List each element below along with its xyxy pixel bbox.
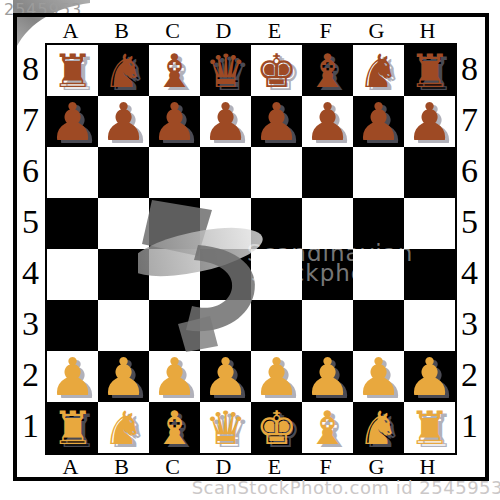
piece-white-queen-d1[interactable]: ♛ xyxy=(205,405,246,451)
square-d2[interactable]: ♟ xyxy=(200,351,251,402)
piece-white-bishop-f1[interactable]: ♝ xyxy=(307,405,348,451)
square-d7[interactable]: ♟ xyxy=(200,96,251,147)
file-label-bottom-a: A xyxy=(45,453,96,480)
piece-black-knight-g8[interactable]: ♞ xyxy=(358,48,399,94)
rank-label-right-5: 5 xyxy=(455,196,484,247)
square-h8[interactable]: ♜ xyxy=(404,45,455,96)
square-b6[interactable] xyxy=(98,147,149,198)
square-a1[interactable]: ♜ xyxy=(47,402,98,453)
square-d1[interactable]: ♛ xyxy=(200,402,251,453)
square-e2[interactable]: ♟ xyxy=(251,351,302,402)
piece-black-pawn-g7[interactable]: ♟ xyxy=(355,96,402,148)
square-a7[interactable]: ♟ xyxy=(47,96,98,147)
piece-black-queen-d8[interactable]: ♛ xyxy=(205,48,246,94)
square-f8[interactable]: ♝ xyxy=(302,45,353,96)
watermark-text-line2: Stockphoto xyxy=(251,260,391,286)
piece-black-pawn-c7[interactable]: ♟ xyxy=(151,96,198,148)
square-a3[interactable] xyxy=(47,300,98,351)
piece-black-pawn-a7[interactable]: ♟ xyxy=(49,96,96,148)
square-c4[interactable] xyxy=(149,249,200,300)
rank-label-right-7: 7 xyxy=(455,94,484,145)
piece-black-rook-h8[interactable]: ♜ xyxy=(409,48,450,94)
square-a6[interactable] xyxy=(47,147,98,198)
square-e8[interactable]: ♚ xyxy=(251,45,302,96)
square-f7[interactable]: ♟ xyxy=(302,96,353,147)
square-a4[interactable] xyxy=(47,249,98,300)
file-label-bottom-g: G xyxy=(351,453,402,480)
rank-label-left-2: 2 xyxy=(16,349,45,400)
square-e3[interactable] xyxy=(251,300,302,351)
file-label-bottom-b: B xyxy=(96,453,147,480)
square-g1[interactable]: ♞ xyxy=(353,402,404,453)
file-label-bottom-f: F xyxy=(300,453,351,480)
square-c2[interactable]: ♟ xyxy=(149,351,200,402)
square-h3[interactable] xyxy=(404,300,455,351)
piece-white-rook-a1[interactable]: ♜ xyxy=(52,405,93,451)
piece-white-pawn-e2[interactable]: ♟ xyxy=(253,351,300,403)
square-b2[interactable]: ♟ xyxy=(98,351,149,402)
rank-label-right-8: 8 xyxy=(455,43,484,94)
square-c6[interactable] xyxy=(149,147,200,198)
square-b5[interactable] xyxy=(98,198,149,249)
square-g7[interactable]: ♟ xyxy=(353,96,404,147)
chess-diagram: 2545953 AABBCCDDEEFFGGHH8877665544332211… xyxy=(0,0,500,500)
square-a8[interactable]: ♜ xyxy=(47,45,98,96)
square-d8[interactable]: ♛ xyxy=(200,45,251,96)
square-d6[interactable] xyxy=(200,147,251,198)
square-b3[interactable] xyxy=(98,300,149,351)
piece-black-pawn-f7[interactable]: ♟ xyxy=(304,96,351,148)
piece-white-knight-g1[interactable]: ♞ xyxy=(358,405,399,451)
watermark-bottom-text: ScanStockPhoto.com id 2545953 xyxy=(192,477,500,498)
rank-label-left-1: 1 xyxy=(16,400,45,451)
square-b1[interactable]: ♞ xyxy=(98,402,149,453)
square-b4[interactable] xyxy=(98,249,149,300)
file-label-top-h: H xyxy=(402,17,453,44)
piece-white-rook-h1[interactable]: ♜ xyxy=(409,405,450,451)
piece-black-pawn-d7[interactable]: ♟ xyxy=(202,96,249,148)
square-f2[interactable]: ♟ xyxy=(302,351,353,402)
piece-white-pawn-f2[interactable]: ♟ xyxy=(304,351,351,403)
piece-black-pawn-b7[interactable]: ♟ xyxy=(100,96,147,148)
piece-black-rook-a8[interactable]: ♜ xyxy=(52,48,93,94)
piece-black-bishop-f8[interactable]: ♝ xyxy=(307,48,348,94)
square-d4[interactable] xyxy=(200,249,251,300)
square-g2[interactable]: ♟ xyxy=(353,351,404,402)
square-f6[interactable] xyxy=(302,147,353,198)
file-label-bottom-c: C xyxy=(147,453,198,480)
square-h7[interactable]: ♟ xyxy=(404,96,455,147)
rank-label-right-3: 3 xyxy=(455,298,484,349)
file-label-bottom-d: D xyxy=(198,453,249,480)
piece-black-knight-b8[interactable]: ♞ xyxy=(103,48,144,94)
square-g6[interactable] xyxy=(353,147,404,198)
piece-white-pawn-b2[interactable]: ♟ xyxy=(100,351,147,403)
rank-label-left-3: 3 xyxy=(16,298,45,349)
square-d5[interactable] xyxy=(200,198,251,249)
square-a2[interactable]: ♟ xyxy=(47,351,98,402)
square-g3[interactable] xyxy=(353,300,404,351)
rank-label-right-2: 2 xyxy=(455,349,484,400)
square-h1[interactable]: ♜ xyxy=(404,402,455,453)
piece-white-bishop-c1[interactable]: ♝ xyxy=(154,405,195,451)
piece-white-pawn-h2[interactable]: ♟ xyxy=(406,351,453,403)
square-e6[interactable] xyxy=(251,147,302,198)
square-e1[interactable]: ♚ xyxy=(251,402,302,453)
square-h2[interactable]: ♟ xyxy=(404,351,455,402)
rank-label-left-4: 4 xyxy=(16,247,45,298)
rank-label-left-6: 6 xyxy=(16,145,45,196)
square-b8[interactable]: ♞ xyxy=(98,45,149,96)
file-label-top-g: G xyxy=(351,17,402,44)
square-e7[interactable]: ♟ xyxy=(251,96,302,147)
square-f1[interactable]: ♝ xyxy=(302,402,353,453)
square-f3[interactable] xyxy=(302,300,353,351)
rank-label-left-8: 8 xyxy=(16,43,45,94)
piece-black-pawn-h7[interactable]: ♟ xyxy=(406,96,453,148)
piece-white-knight-b1[interactable]: ♞ xyxy=(103,405,144,451)
square-c8[interactable]: ♝ xyxy=(149,45,200,96)
piece-white-pawn-d2[interactable]: ♟ xyxy=(202,351,249,403)
square-h6[interactable] xyxy=(404,147,455,198)
file-label-top-e: E xyxy=(249,17,300,44)
square-c3[interactable] xyxy=(149,300,200,351)
file-label-bottom-e: E xyxy=(249,453,300,480)
piece-white-king-e1[interactable]: ♚ xyxy=(256,405,297,451)
rank-label-left-7: 7 xyxy=(16,94,45,145)
piece-white-pawn-c2[interactable]: ♟ xyxy=(151,351,198,403)
square-a5[interactable] xyxy=(47,198,98,249)
piece-black-pawn-e7[interactable]: ♟ xyxy=(253,96,300,148)
rank-label-left-5: 5 xyxy=(16,196,45,247)
square-c5[interactable] xyxy=(149,198,200,249)
square-d3[interactable] xyxy=(200,300,251,351)
piece-white-pawn-g2[interactable]: ♟ xyxy=(355,351,402,403)
file-label-top-a: A xyxy=(45,17,96,44)
piece-black-king-e8[interactable]: ♚ xyxy=(256,48,297,94)
square-g8[interactable]: ♞ xyxy=(353,45,404,96)
file-label-top-f: F xyxy=(300,17,351,44)
rank-label-right-4: 4 xyxy=(455,247,484,298)
file-label-top-b: B xyxy=(96,17,147,44)
piece-white-pawn-a2[interactable]: ♟ xyxy=(49,351,96,403)
rank-label-right-6: 6 xyxy=(455,145,484,196)
file-label-top-d: D xyxy=(198,17,249,44)
square-c7[interactable]: ♟ xyxy=(149,96,200,147)
file-label-top-c: C xyxy=(147,17,198,44)
piece-black-bishop-c8[interactable]: ♝ xyxy=(154,48,195,94)
square-b7[interactable]: ♟ xyxy=(98,96,149,147)
file-label-bottom-h: H xyxy=(402,453,453,480)
square-c1[interactable]: ♝ xyxy=(149,402,200,453)
rank-label-right-1: 1 xyxy=(455,400,484,451)
